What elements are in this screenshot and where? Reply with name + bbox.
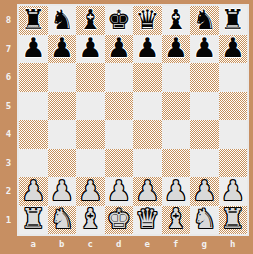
square-h8[interactable]: ♜ (219, 6, 248, 35)
square-h7[interactable]: ♟ (219, 35, 248, 64)
piece-black-queen[interactable]: ♛ (135, 6, 159, 33)
square-b2[interactable]: ♟ (48, 177, 77, 206)
square-c5[interactable] (76, 92, 105, 121)
piece-black-knight[interactable]: ♞ (192, 6, 216, 33)
square-e5[interactable] (133, 92, 162, 121)
chess-board: ♜♞♝♚♛♝♞♜♟♟♟♟♟♟♟♟♟♟♟♟♟♟♟♟♜♞♝♚♛♝♞♜ (19, 6, 247, 234)
piece-white-knight[interactable]: ♞ (192, 206, 216, 233)
square-b8[interactable]: ♞ (48, 6, 77, 35)
piece-black-rook[interactable]: ♜ (21, 6, 45, 33)
rank-label-8: 8 (0, 6, 17, 35)
square-a4[interactable] (19, 120, 48, 149)
square-d6[interactable] (105, 63, 134, 92)
square-f8[interactable]: ♝ (162, 6, 191, 35)
piece-white-king[interactable]: ♚ (107, 206, 131, 233)
piece-black-pawn[interactable]: ♟ (50, 35, 74, 62)
piece-black-bishop[interactable]: ♝ (164, 6, 188, 33)
square-b7[interactable]: ♟ (48, 35, 77, 64)
square-a8[interactable]: ♜ (19, 6, 48, 35)
file-label-g: g (190, 236, 219, 252)
square-h1[interactable]: ♜ (219, 206, 248, 235)
square-f6[interactable] (162, 63, 191, 92)
piece-black-king[interactable]: ♚ (107, 6, 131, 33)
square-c3[interactable] (76, 149, 105, 178)
square-d8[interactable]: ♚ (105, 6, 134, 35)
piece-white-bishop[interactable]: ♝ (78, 206, 102, 233)
square-f4[interactable] (162, 120, 191, 149)
rank-label-1: 1 (0, 206, 17, 235)
square-d3[interactable] (105, 149, 134, 178)
file-label-b: b (48, 236, 77, 252)
piece-white-queen[interactable]: ♛ (135, 206, 159, 233)
square-c1[interactable]: ♝ (76, 206, 105, 235)
rank-label-4: 4 (0, 120, 17, 149)
square-a6[interactable] (19, 63, 48, 92)
file-label-c: c (76, 236, 105, 252)
square-g4[interactable] (190, 120, 219, 149)
square-g7[interactable]: ♟ (190, 35, 219, 64)
square-b5[interactable] (48, 92, 77, 121)
square-h6[interactable] (219, 63, 248, 92)
piece-black-pawn[interactable]: ♟ (78, 35, 102, 62)
square-a1[interactable]: ♜ (19, 206, 48, 235)
rank-labels: 87654321 (0, 6, 17, 234)
rank-label-5: 5 (0, 92, 17, 121)
square-h3[interactable] (219, 149, 248, 178)
square-f1[interactable]: ♝ (162, 206, 191, 235)
piece-white-bishop[interactable]: ♝ (164, 206, 188, 233)
square-h4[interactable] (219, 120, 248, 149)
rank-label-6: 6 (0, 63, 17, 92)
piece-white-pawn[interactable]: ♟ (192, 177, 216, 204)
square-f5[interactable] (162, 92, 191, 121)
square-a3[interactable] (19, 149, 48, 178)
piece-white-pawn[interactable]: ♟ (21, 177, 45, 204)
square-c2[interactable]: ♟ (76, 177, 105, 206)
file-label-a: a (19, 236, 48, 252)
piece-white-pawn[interactable]: ♟ (135, 177, 159, 204)
square-g8[interactable]: ♞ (190, 6, 219, 35)
square-g5[interactable] (190, 92, 219, 121)
square-h2[interactable]: ♟ (219, 177, 248, 206)
piece-black-pawn[interactable]: ♟ (164, 35, 188, 62)
piece-black-pawn[interactable]: ♟ (107, 35, 131, 62)
square-e6[interactable] (133, 63, 162, 92)
piece-black-knight[interactable]: ♞ (50, 6, 74, 33)
square-g2[interactable]: ♟ (190, 177, 219, 206)
rank-label-3: 3 (0, 149, 17, 178)
square-h5[interactable] (219, 92, 248, 121)
piece-black-bishop[interactable]: ♝ (78, 6, 102, 33)
square-e4[interactable] (133, 120, 162, 149)
square-g1[interactable]: ♞ (190, 206, 219, 235)
square-c6[interactable] (76, 63, 105, 92)
square-f3[interactable] (162, 149, 191, 178)
file-label-e: e (133, 236, 162, 252)
file-label-d: d (105, 236, 134, 252)
square-a2[interactable]: ♟ (19, 177, 48, 206)
piece-white-pawn[interactable]: ♟ (78, 177, 102, 204)
file-label-h: h (219, 236, 248, 252)
square-d4[interactable] (105, 120, 134, 149)
square-e1[interactable]: ♛ (133, 206, 162, 235)
square-b1[interactable]: ♞ (48, 206, 77, 235)
square-c4[interactable] (76, 120, 105, 149)
piece-white-rook[interactable]: ♜ (221, 206, 245, 233)
square-a7[interactable]: ♟ (19, 35, 48, 64)
square-f2[interactable]: ♟ (162, 177, 191, 206)
rank-label-2: 2 (0, 177, 17, 206)
square-d5[interactable] (105, 92, 134, 121)
piece-black-rook[interactable]: ♜ (221, 6, 245, 33)
square-b4[interactable] (48, 120, 77, 149)
square-d2[interactable]: ♟ (105, 177, 134, 206)
square-d7[interactable]: ♟ (105, 35, 134, 64)
piece-white-pawn[interactable]: ♟ (221, 177, 245, 204)
piece-white-pawn[interactable]: ♟ (50, 177, 74, 204)
file-labels: abcdefgh (19, 236, 247, 252)
piece-white-pawn[interactable]: ♟ (107, 177, 131, 204)
rank-label-7: 7 (0, 35, 17, 64)
square-b6[interactable] (48, 63, 77, 92)
square-e8[interactable]: ♛ (133, 6, 162, 35)
piece-white-pawn[interactable]: ♟ (164, 177, 188, 204)
square-a5[interactable] (19, 92, 48, 121)
square-e3[interactable] (133, 149, 162, 178)
square-c8[interactable]: ♝ (76, 6, 105, 35)
square-f7[interactable]: ♟ (162, 35, 191, 64)
piece-black-pawn[interactable]: ♟ (21, 35, 45, 62)
file-label-f: f (162, 236, 191, 252)
square-e2[interactable]: ♟ (133, 177, 162, 206)
piece-black-pawn[interactable]: ♟ (192, 35, 216, 62)
square-b3[interactable] (48, 149, 77, 178)
square-g6[interactable] (190, 63, 219, 92)
piece-black-pawn[interactable]: ♟ (221, 35, 245, 62)
square-e7[interactable]: ♟ (133, 35, 162, 64)
square-d1[interactable]: ♚ (105, 206, 134, 235)
piece-white-rook[interactable]: ♜ (21, 206, 45, 233)
square-c7[interactable]: ♟ (76, 35, 105, 64)
piece-white-knight[interactable]: ♞ (50, 206, 74, 233)
square-g3[interactable] (190, 149, 219, 178)
piece-black-pawn[interactable]: ♟ (135, 35, 159, 62)
